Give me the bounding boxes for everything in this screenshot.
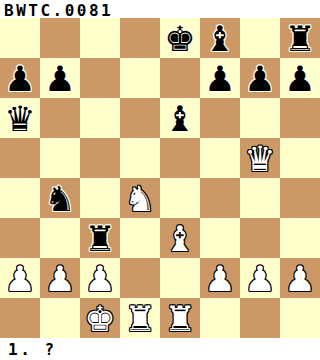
piece-white-rook-d1[interactable]: ♜: [120, 298, 160, 338]
square-g6[interactable]: [240, 98, 280, 138]
chess-board: ♚♝♜♟♟♟♟♟♛♝♛♞♞♜♝♟♟♟♟♟♟♚♜♜: [0, 18, 320, 338]
square-b3[interactable]: [40, 218, 80, 258]
square-c7[interactable]: [80, 58, 120, 98]
square-e3[interactable]: ♝: [160, 218, 200, 258]
square-d7[interactable]: [120, 58, 160, 98]
square-a8[interactable]: [0, 18, 40, 58]
square-b8[interactable]: [40, 18, 80, 58]
square-b2[interactable]: ♟: [40, 258, 80, 298]
square-h4[interactable]: [280, 178, 320, 218]
piece-black-pawn-f7[interactable]: ♟: [200, 58, 240, 98]
square-c6[interactable]: [80, 98, 120, 138]
square-a4[interactable]: [0, 178, 40, 218]
square-g3[interactable]: [240, 218, 280, 258]
square-c8[interactable]: [80, 18, 120, 58]
square-h7[interactable]: ♟: [280, 58, 320, 98]
square-h6[interactable]: [280, 98, 320, 138]
square-a3[interactable]: [0, 218, 40, 258]
square-b5[interactable]: [40, 138, 80, 178]
square-a5[interactable]: [0, 138, 40, 178]
square-e4[interactable]: [160, 178, 200, 218]
square-b4[interactable]: ♞: [40, 178, 80, 218]
piece-black-knight-b4[interactable]: ♞: [40, 178, 80, 218]
square-e1[interactable]: ♜: [160, 298, 200, 338]
square-f8[interactable]: ♝: [200, 18, 240, 58]
square-c1[interactable]: ♚: [80, 298, 120, 338]
piece-black-rook-c3[interactable]: ♜: [80, 218, 120, 258]
piece-white-rook-e1[interactable]: ♜: [160, 298, 200, 338]
square-c5[interactable]: [80, 138, 120, 178]
square-f5[interactable]: [200, 138, 240, 178]
piece-black-queen-a6[interactable]: ♛: [0, 98, 40, 138]
square-e5[interactable]: [160, 138, 200, 178]
piece-black-king-e8[interactable]: ♚: [160, 18, 200, 58]
move-prompt: 1. ?: [8, 340, 57, 359]
square-d8[interactable]: [120, 18, 160, 58]
piece-white-pawn-g2[interactable]: ♟: [240, 258, 280, 298]
square-d3[interactable]: [120, 218, 160, 258]
square-c4[interactable]: [80, 178, 120, 218]
piece-white-knight-d4[interactable]: ♞: [120, 178, 160, 218]
square-a6[interactable]: ♛: [0, 98, 40, 138]
piece-black-pawn-h7[interactable]: ♟: [280, 58, 320, 98]
piece-white-pawn-c2[interactable]: ♟: [80, 258, 120, 298]
square-f7[interactable]: ♟: [200, 58, 240, 98]
square-b7[interactable]: ♟: [40, 58, 80, 98]
piece-white-pawn-b2[interactable]: ♟: [40, 258, 80, 298]
square-b6[interactable]: [40, 98, 80, 138]
square-h5[interactable]: [280, 138, 320, 178]
piece-black-pawn-b7[interactable]: ♟: [40, 58, 80, 98]
piece-white-bishop-e3[interactable]: ♝: [160, 218, 200, 258]
square-h1[interactable]: [280, 298, 320, 338]
piece-white-pawn-h2[interactable]: ♟: [280, 258, 320, 298]
square-d6[interactable]: [120, 98, 160, 138]
square-g7[interactable]: ♟: [240, 58, 280, 98]
square-f3[interactable]: [200, 218, 240, 258]
piece-white-king-c1[interactable]: ♚: [80, 298, 120, 338]
square-f2[interactable]: ♟: [200, 258, 240, 298]
piece-black-bishop-e6[interactable]: ♝: [160, 98, 200, 138]
square-e8[interactable]: ♚: [160, 18, 200, 58]
piece-black-rook-h8[interactable]: ♜: [280, 18, 320, 58]
square-h3[interactable]: [280, 218, 320, 258]
square-f4[interactable]: [200, 178, 240, 218]
piece-black-pawn-a7[interactable]: ♟: [0, 58, 40, 98]
square-h8[interactable]: ♜: [280, 18, 320, 58]
square-d1[interactable]: ♜: [120, 298, 160, 338]
square-e6[interactable]: ♝: [160, 98, 200, 138]
square-d2[interactable]: [120, 258, 160, 298]
square-c3[interactable]: ♜: [80, 218, 120, 258]
square-b1[interactable]: [40, 298, 80, 338]
piece-white-queen-g5[interactable]: ♛: [240, 138, 280, 178]
square-d4[interactable]: ♞: [120, 178, 160, 218]
chess-puzzle-window: BWTC.0081 ♚♝♜♟♟♟♟♟♛♝♛♞♞♜♝♟♟♟♟♟♟♚♜♜ 1. ?: [0, 0, 320, 360]
piece-white-pawn-a2[interactable]: ♟: [0, 258, 40, 298]
square-f6[interactable]: [200, 98, 240, 138]
piece-white-pawn-f2[interactable]: ♟: [200, 258, 240, 298]
square-g8[interactable]: [240, 18, 280, 58]
square-g1[interactable]: [240, 298, 280, 338]
square-a2[interactable]: ♟: [0, 258, 40, 298]
square-a1[interactable]: [0, 298, 40, 338]
piece-black-bishop-f8[interactable]: ♝: [200, 18, 240, 58]
square-g4[interactable]: [240, 178, 280, 218]
square-h2[interactable]: ♟: [280, 258, 320, 298]
square-f1[interactable]: [200, 298, 240, 338]
square-e7[interactable]: [160, 58, 200, 98]
square-e2[interactable]: [160, 258, 200, 298]
square-a7[interactable]: ♟: [0, 58, 40, 98]
square-g2[interactable]: ♟: [240, 258, 280, 298]
square-c2[interactable]: ♟: [80, 258, 120, 298]
piece-black-pawn-g7[interactable]: ♟: [240, 58, 280, 98]
square-d5[interactable]: [120, 138, 160, 178]
square-g5[interactable]: ♛: [240, 138, 280, 178]
